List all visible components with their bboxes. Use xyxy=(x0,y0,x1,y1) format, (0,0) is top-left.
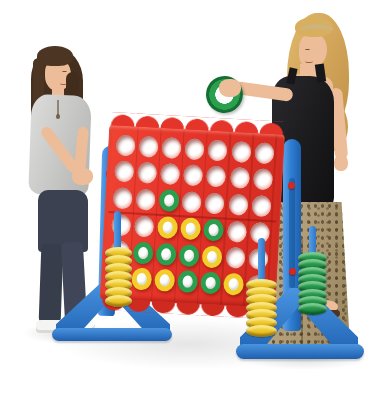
green-disc xyxy=(203,218,224,241)
board-cell-r6-c7 xyxy=(244,272,269,300)
board-cell-r2-c6 xyxy=(227,164,252,192)
disc-pole-right-back xyxy=(309,226,316,314)
empty-hole xyxy=(231,141,251,163)
board-cell-r1-c7 xyxy=(252,139,277,167)
empty-hole xyxy=(185,138,205,160)
board-cell-r5-c4 xyxy=(177,241,202,269)
board-cell-r2-c3 xyxy=(158,160,183,188)
board-cell-r1-c2 xyxy=(137,133,162,161)
empty-hole xyxy=(182,191,202,213)
empty-hole xyxy=(113,187,133,209)
green-disc xyxy=(132,241,153,264)
board-cell-r4-c3 xyxy=(155,214,180,242)
empty-hole xyxy=(137,162,157,184)
base-foot-left xyxy=(52,328,172,341)
empty-hole xyxy=(225,247,245,269)
board-cell-r2-c5 xyxy=(204,163,229,191)
yellow-disc xyxy=(131,268,152,291)
frame-red-clip xyxy=(288,182,295,189)
board-cell-r3-c6 xyxy=(226,191,251,219)
empty-hole xyxy=(183,165,203,187)
green-disc xyxy=(155,242,176,265)
board-cell-r6-c6 xyxy=(221,271,246,299)
board-cell-r5-c3 xyxy=(154,240,179,268)
board-cell-r5-c6 xyxy=(223,244,248,272)
yellow-disc xyxy=(157,216,178,239)
board-cell-r5-c2 xyxy=(131,239,156,267)
empty-hole xyxy=(253,168,273,190)
empty-hole xyxy=(205,192,225,214)
board-cell-r6-c2 xyxy=(129,265,154,293)
green-disc xyxy=(200,272,221,295)
empty-hole xyxy=(136,189,156,211)
empty-hole xyxy=(254,142,274,164)
empty-hole xyxy=(228,194,248,216)
board-cell-r1-c4 xyxy=(183,135,208,163)
base-foot-right xyxy=(236,344,364,359)
board-cell-r1-c5 xyxy=(206,136,231,164)
empty-hole xyxy=(134,215,154,237)
board-cell-r3-c2 xyxy=(134,186,159,214)
right-player-hand-gripping-disc xyxy=(219,79,241,97)
empty-hole xyxy=(208,139,228,161)
board-cell-r3-c1 xyxy=(110,184,135,212)
yellow-disc xyxy=(180,217,201,240)
yellow-disc xyxy=(201,245,222,268)
board-cell-r2-c2 xyxy=(135,159,160,187)
board-cell-r6-c4 xyxy=(175,268,200,296)
green-disc xyxy=(177,270,198,293)
empty-hole xyxy=(206,166,226,188)
empty-hole xyxy=(114,161,134,183)
empty-hole xyxy=(116,134,136,156)
empty-hole xyxy=(229,167,249,189)
scene-giant-connect-four xyxy=(0,0,388,400)
board-cell-r6-c5 xyxy=(198,269,223,297)
board-cell-r1-c1 xyxy=(113,131,138,159)
yellow-disc xyxy=(154,269,175,292)
board-cell-r5-c5 xyxy=(200,243,225,271)
board-cell-r4-c4 xyxy=(178,215,203,243)
board-cell-r4-c1 xyxy=(109,211,134,239)
board-cell-r3-c3 xyxy=(157,187,182,215)
board-cell-r6-c3 xyxy=(152,267,177,295)
empty-hole xyxy=(162,137,182,159)
connect-four-set xyxy=(0,0,388,400)
board-cell-r4-c5 xyxy=(201,216,226,244)
board-cell-r4-c2 xyxy=(132,212,157,240)
board-cell-r1-c3 xyxy=(160,134,185,162)
board-cell-r3-c5 xyxy=(203,190,228,218)
board-cell-r2-c4 xyxy=(181,162,206,190)
frame-red-clip xyxy=(289,268,296,275)
board-cell-r1-c6 xyxy=(229,138,254,166)
empty-hole xyxy=(139,136,159,158)
empty-hole xyxy=(226,220,246,242)
green-disc xyxy=(158,189,179,212)
board-cell-r4-c6 xyxy=(224,217,249,245)
board-cell-r2-c7 xyxy=(250,166,275,194)
green-disc xyxy=(178,244,199,267)
yellow-disc xyxy=(223,273,244,296)
board-cell-r3-c7 xyxy=(249,192,274,220)
disc-pole-right-front xyxy=(258,238,265,332)
empty-hole xyxy=(251,195,271,217)
empty-hole xyxy=(160,163,180,185)
board-cell-r2-c1 xyxy=(112,158,137,186)
board-cell-r3-c4 xyxy=(180,188,205,216)
disc-pole-left-front xyxy=(114,211,121,307)
